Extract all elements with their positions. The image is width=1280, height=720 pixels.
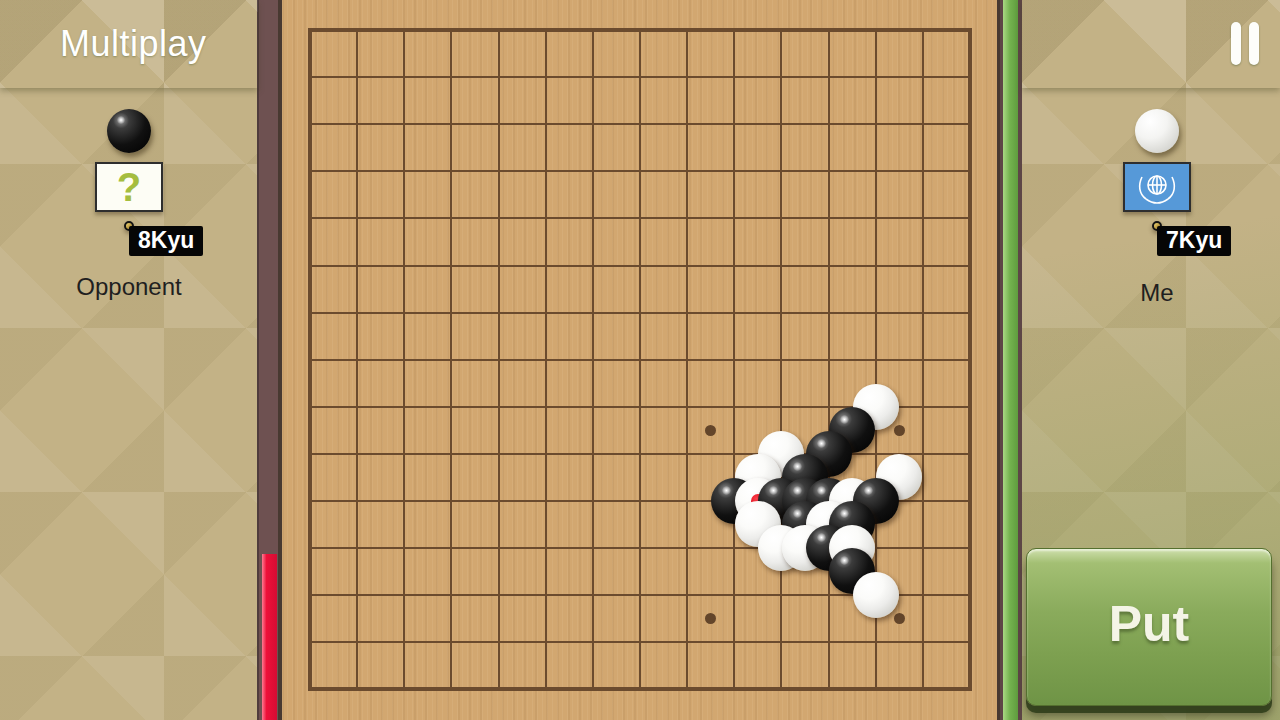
player-time-gauge [1000,0,1022,720]
opponent-panel [0,0,258,720]
left-header-bar: Multiplay [0,0,258,88]
opponent-name: Opponent [76,273,181,301]
player-name: Me [1140,279,1173,307]
star-point [705,425,716,436]
player-avatar-un-flag [1123,162,1191,212]
opponent-rank-badge: 8Kyu [124,221,134,231]
board-grid[interactable] [286,6,994,713]
opponent-rank: 8Kyu [129,226,203,256]
screen-title: Multiplay [60,0,207,88]
star-point [705,613,716,624]
question-mark: ? [117,165,141,210]
put-button-label: Put [1027,549,1271,699]
white-stone [853,572,899,618]
star-point [894,613,905,624]
player-time-remaining [1003,0,1018,720]
opponent-avatar: ? [95,162,163,212]
opponent-stone-icon [107,109,151,153]
pause-icon [1249,22,1259,65]
pause-icon [1231,22,1241,65]
opponent-time-gauge [257,0,278,720]
game-screen: Multiplay ? 8Kyu Opponent 7Kyu Me [0,0,1280,720]
put-button[interactable]: Put [1026,548,1272,706]
pause-button[interactable] [1224,16,1272,72]
un-emblem-icon [1129,167,1185,207]
opponent-time-remaining [262,554,277,720]
player-rank-badge: 7Kyu [1152,221,1162,231]
player-stone-icon [1135,109,1179,153]
player-rank: 7Kyu [1157,226,1231,256]
star-point [894,425,905,436]
